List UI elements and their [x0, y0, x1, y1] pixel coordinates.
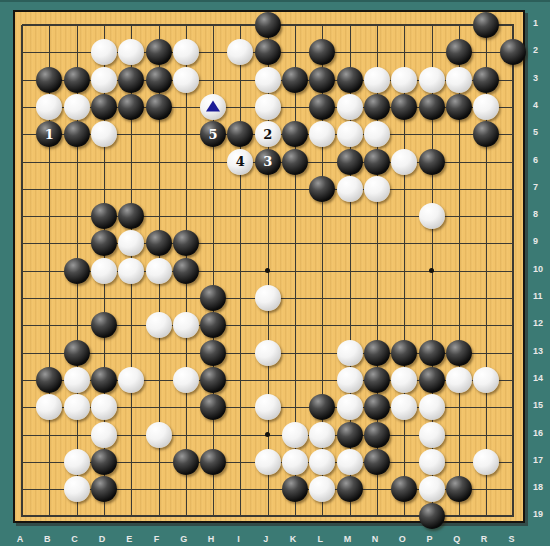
row-label-19: 19 [533, 509, 543, 519]
stone-L3[interactable] [309, 67, 335, 93]
stone-P8[interactable] [419, 203, 445, 229]
row-label-7: 7 [533, 182, 538, 192]
row-label-13: 13 [533, 346, 543, 356]
star-point [265, 268, 270, 273]
stone-B14[interactable] [36, 367, 62, 393]
stone-G17[interactable] [173, 449, 199, 475]
stone-J3[interactable] [255, 67, 281, 93]
stone-P13[interactable] [419, 340, 445, 366]
stone-N7[interactable] [364, 176, 390, 202]
star-point [265, 432, 270, 437]
row-label-15: 15 [533, 400, 543, 410]
stone-G2[interactable] [173, 39, 199, 65]
row-label-5: 5 [533, 127, 538, 137]
stone-C17[interactable] [64, 449, 90, 475]
stone-D10[interactable] [91, 258, 117, 284]
stone-M13[interactable] [337, 340, 363, 366]
stone-I5[interactable] [227, 121, 253, 147]
row-label-3: 3 [533, 73, 538, 83]
stone-J13[interactable] [255, 340, 281, 366]
col-label-C: C [71, 534, 78, 544]
stone-R17[interactable] [473, 449, 499, 475]
stone-K3[interactable] [282, 67, 308, 93]
stone-P18[interactable] [419, 476, 445, 502]
stone-L5[interactable] [309, 121, 335, 147]
stone-Q14[interactable] [446, 367, 472, 393]
stone-J17[interactable] [255, 449, 281, 475]
star-point [429, 268, 434, 273]
row-label-12: 12 [533, 318, 543, 328]
stone-L2[interactable] [309, 39, 335, 65]
stone-E8[interactable] [118, 203, 144, 229]
stone-H5[interactable]: 5 [200, 121, 226, 147]
move-number-label: 3 [263, 155, 272, 168]
row-label-9: 9 [533, 236, 538, 246]
stone-L16[interactable] [309, 422, 335, 448]
stone-D3[interactable] [91, 67, 117, 93]
stone-I2[interactable] [227, 39, 253, 65]
grid-line [240, 25, 241, 517]
col-label-H: H [208, 534, 215, 544]
stone-N16[interactable] [364, 422, 390, 448]
row-label-18: 18 [533, 482, 543, 492]
stone-L4[interactable] [309, 94, 335, 120]
col-label-A: A [17, 534, 24, 544]
stone-R1[interactable] [473, 12, 499, 38]
stone-O18[interactable] [391, 476, 417, 502]
stone-Q4[interactable] [446, 94, 472, 120]
grid-line [21, 25, 23, 517]
stone-K16[interactable] [282, 422, 308, 448]
stone-M3[interactable] [337, 67, 363, 93]
stone-O6[interactable] [391, 149, 417, 175]
stone-N13[interactable] [364, 340, 390, 366]
stone-L17[interactable] [309, 449, 335, 475]
stone-H17[interactable] [200, 449, 226, 475]
stone-E3[interactable] [118, 67, 144, 93]
stone-S2[interactable] [500, 39, 526, 65]
stone-P14[interactable] [419, 367, 445, 393]
stone-M15[interactable] [337, 394, 363, 420]
stone-Q13[interactable] [446, 340, 472, 366]
stone-C10[interactable] [64, 258, 90, 284]
stone-N14[interactable] [364, 367, 390, 393]
stone-P17[interactable] [419, 449, 445, 475]
col-label-E: E [126, 534, 132, 544]
stone-M16[interactable] [337, 422, 363, 448]
row-label-6: 6 [533, 155, 538, 165]
row-label-11: 11 [533, 291, 543, 301]
stone-N3[interactable] [364, 67, 390, 93]
stone-N17[interactable] [364, 449, 390, 475]
stone-K18[interactable] [282, 476, 308, 502]
stone-G9[interactable] [173, 230, 199, 256]
stone-C15[interactable] [64, 394, 90, 420]
stone-K17[interactable] [282, 449, 308, 475]
col-label-L: L [318, 534, 324, 544]
stone-M14[interactable] [337, 367, 363, 393]
stone-Q3[interactable] [446, 67, 472, 93]
stone-G3[interactable] [173, 67, 199, 93]
stone-L15[interactable] [309, 394, 335, 420]
stone-H14[interactable] [200, 367, 226, 393]
stone-F12[interactable] [146, 312, 172, 338]
stone-P19[interactable] [419, 503, 445, 529]
col-label-G: G [180, 534, 187, 544]
stone-E4[interactable] [118, 94, 144, 120]
stone-P6[interactable] [419, 149, 445, 175]
row-label-8: 8 [533, 209, 538, 219]
stone-B3[interactable] [36, 67, 62, 93]
col-label-M: M [344, 534, 352, 544]
stone-R3[interactable] [473, 67, 499, 93]
stone-R5[interactable] [473, 121, 499, 147]
stone-M6[interactable] [337, 149, 363, 175]
row-label-4: 4 [533, 100, 538, 110]
stone-C5[interactable] [64, 121, 90, 147]
stone-C3[interactable] [64, 67, 90, 93]
stone-J6[interactable]: 3 [255, 149, 281, 175]
row-label-1: 1 [533, 18, 538, 28]
stone-H13[interactable] [200, 340, 226, 366]
stone-D5[interactable] [91, 121, 117, 147]
stone-M5[interactable] [337, 121, 363, 147]
stone-P16[interactable] [419, 422, 445, 448]
stone-H15[interactable] [200, 394, 226, 420]
stone-E2[interactable] [118, 39, 144, 65]
col-label-F: F [154, 534, 160, 544]
stone-D12[interactable] [91, 312, 117, 338]
stone-D8[interactable] [91, 203, 117, 229]
stone-B15[interactable] [36, 394, 62, 420]
stone-O4[interactable] [391, 94, 417, 120]
stone-D16[interactable] [91, 422, 117, 448]
stone-D18[interactable] [91, 476, 117, 502]
stone-H11[interactable] [200, 285, 226, 311]
stone-P3[interactable] [419, 67, 445, 93]
stone-F10[interactable] [146, 258, 172, 284]
stone-O13[interactable] [391, 340, 417, 366]
row-label-17: 17 [533, 455, 543, 465]
stone-B4[interactable] [36, 94, 62, 120]
col-label-Q: Q [453, 534, 460, 544]
stone-K5[interactable] [282, 121, 308, 147]
stone-E9[interactable] [118, 230, 144, 256]
move-number-label: 5 [209, 128, 218, 141]
stone-G14[interactable] [173, 367, 199, 393]
stone-D17[interactable] [91, 449, 117, 475]
stone-K6[interactable] [282, 149, 308, 175]
stone-L18[interactable] [309, 476, 335, 502]
stone-M7[interactable] [337, 176, 363, 202]
stone-F2[interactable] [146, 39, 172, 65]
col-label-K: K [290, 534, 297, 544]
stone-D14[interactable] [91, 367, 117, 393]
col-label-B: B [44, 534, 51, 544]
stone-E10[interactable] [118, 258, 144, 284]
stone-M18[interactable] [337, 476, 363, 502]
col-label-I: I [237, 534, 240, 544]
stone-M17[interactable] [337, 449, 363, 475]
col-label-D: D [99, 534, 106, 544]
row-label-10: 10 [533, 264, 543, 274]
col-label-R: R [481, 534, 488, 544]
stone-N4[interactable] [364, 94, 390, 120]
stone-C4[interactable] [64, 94, 90, 120]
stone-O15[interactable] [391, 394, 417, 420]
stone-R4[interactable] [473, 94, 499, 120]
col-label-S: S [508, 534, 514, 544]
stone-F16[interactable] [146, 422, 172, 448]
move-number-label: 2 [263, 128, 272, 141]
stone-P15[interactable] [419, 394, 445, 420]
stone-B5[interactable]: 1 [36, 121, 62, 147]
stone-I6[interactable]: 4 [227, 149, 253, 175]
stone-D4[interactable] [91, 94, 117, 120]
move-number-label: 1 [45, 128, 54, 141]
col-label-P: P [426, 534, 432, 544]
stone-M4[interactable] [337, 94, 363, 120]
stone-D2[interactable] [91, 39, 117, 65]
grid-line [512, 25, 514, 517]
stone-D9[interactable] [91, 230, 117, 256]
stone-Q18[interactable] [446, 476, 472, 502]
stone-F9[interactable] [146, 230, 172, 256]
col-label-O: O [399, 534, 406, 544]
stone-N15[interactable] [364, 394, 390, 420]
row-label-16: 16 [533, 428, 543, 438]
stone-G10[interactable] [173, 258, 199, 284]
stone-J1[interactable] [255, 12, 281, 38]
stone-P4[interactable] [419, 94, 445, 120]
move-number-label: 4 [236, 155, 245, 168]
stone-E14[interactable] [118, 367, 144, 393]
stone-O14[interactable] [391, 367, 417, 393]
stone-F4[interactable] [146, 94, 172, 120]
stone-N6[interactable] [364, 149, 390, 175]
col-label-J: J [263, 534, 268, 544]
stone-J5[interactable]: 2 [255, 121, 281, 147]
stone-J15[interactable] [255, 394, 281, 420]
stone-J11[interactable] [255, 285, 281, 311]
row-label-14: 14 [533, 373, 543, 383]
col-label-N: N [372, 534, 379, 544]
stone-R14[interactable] [473, 367, 499, 393]
stone-J4[interactable] [255, 94, 281, 120]
stone-O3[interactable] [391, 67, 417, 93]
stone-J2[interactable] [255, 39, 281, 65]
triangle-mark-icon [206, 101, 220, 112]
stone-C13[interactable] [64, 340, 90, 366]
stone-H12[interactable] [200, 312, 226, 338]
stone-F3[interactable] [146, 67, 172, 93]
stone-C14[interactable] [64, 367, 90, 393]
stone-C18[interactable] [64, 476, 90, 502]
stone-N5[interactable] [364, 121, 390, 147]
stone-G12[interactable] [173, 312, 199, 338]
stone-D15[interactable] [91, 394, 117, 420]
stone-H4[interactable] [200, 94, 226, 120]
stone-L7[interactable] [309, 176, 335, 202]
row-label-2: 2 [533, 45, 538, 55]
stone-Q2[interactable] [446, 39, 472, 65]
go-app-window: 15243 ABCDEFGHIJKLMNOPQRS 12345678910111… [0, 0, 550, 546]
go-board[interactable]: 15243 [13, 10, 525, 523]
